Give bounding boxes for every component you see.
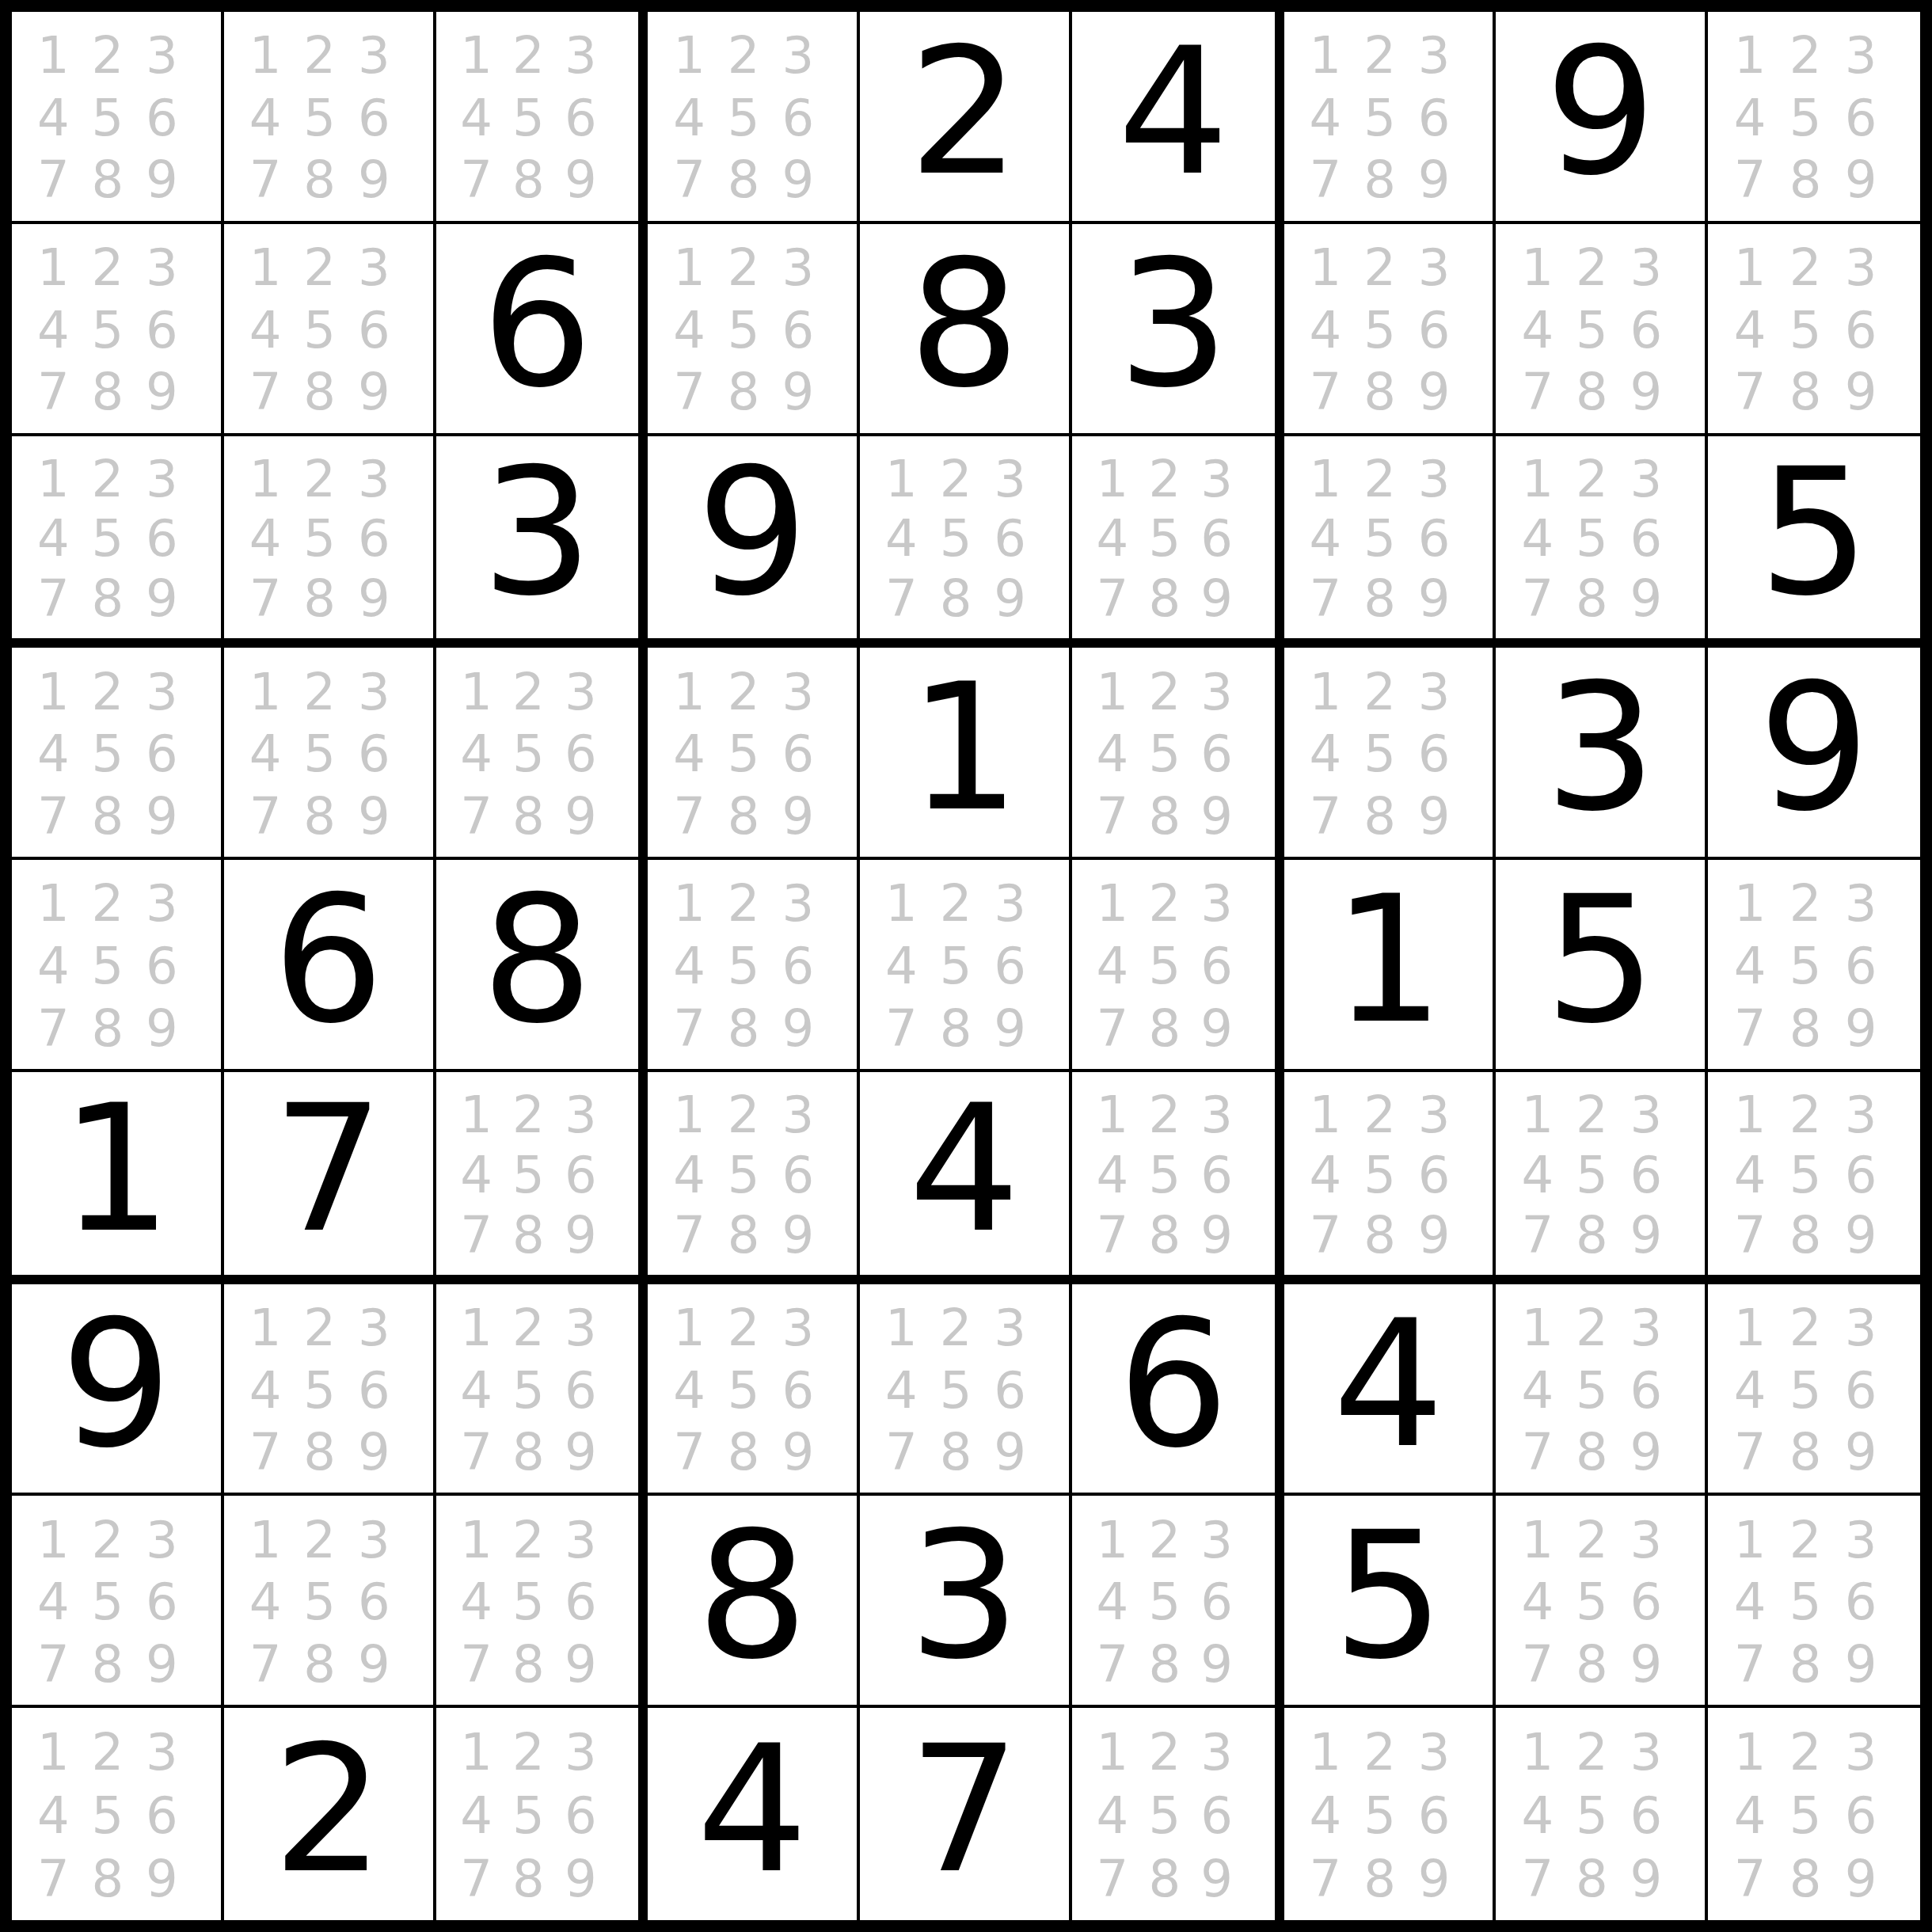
pencil-mark-6: 6: [1407, 508, 1462, 569]
pencil-mark-9: 9: [554, 1633, 607, 1696]
pencil-mark-7: 7: [238, 569, 293, 629]
pencil-mark-3: 3: [347, 1508, 401, 1571]
pencil-mark-5: 5: [502, 87, 554, 150]
cell-r9c7[interactable]: 123456789: [1284, 1708, 1497, 1920]
pencil-mark-1: 1: [874, 449, 929, 509]
pencil-mark-7: 7: [1722, 149, 1778, 211]
given-digit: 8: [908, 236, 1020, 412]
pencil-mark-9: 9: [347, 149, 401, 211]
pencil-mark-7: 7: [26, 1633, 81, 1696]
pencil-mark-3: 3: [1407, 449, 1462, 509]
cell-r3c6[interactable]: 123456789: [1072, 436, 1284, 648]
pencil-marks: 123456789: [12, 224, 221, 433]
pencil-mark-3: 3: [1833, 1721, 1888, 1784]
pencil-mark-5: 5: [1139, 508, 1191, 569]
pencil-mark-6: 6: [554, 1145, 607, 1205]
cell-r9c1[interactable]: 123456789: [12, 1708, 224, 1920]
pencil-mark-9: 9: [1191, 785, 1243, 848]
pencil-mark-9: 9: [1191, 997, 1243, 1059]
pencil-mark-4: 4: [451, 1571, 503, 1633]
pencil-mark-5: 5: [1352, 1784, 1407, 1847]
pencil-marks: 123456789: [436, 1496, 639, 1705]
cell-r4c6[interactable]: 123456789: [1072, 648, 1284, 860]
pencil-mark-2: 2: [502, 1508, 554, 1571]
pencil-mark-2: 2: [502, 1297, 554, 1360]
cell-r8c3[interactable]: 123456789: [436, 1496, 648, 1708]
cell-r2c8[interactable]: 123456789: [1496, 224, 1708, 436]
pencil-mark-4: 4: [238, 1359, 293, 1421]
pencil-marks: 123456789: [648, 12, 857, 221]
cell-r9c4: 4: [648, 1708, 860, 1920]
pencil-marks: 123456789: [648, 1072, 857, 1275]
pencil-mark-6: 6: [1407, 1145, 1462, 1205]
pencil-mark-3: 3: [554, 1721, 607, 1784]
cell-r6c6[interactable]: 123456789: [1072, 1072, 1284, 1284]
pencil-mark-6: 6: [554, 1359, 607, 1421]
cell-r2c2[interactable]: 123456789: [224, 224, 436, 436]
pencil-mark-2: 2: [929, 1297, 983, 1360]
pencil-mark-6: 6: [135, 87, 189, 150]
pencil-mark-6: 6: [1833, 1145, 1888, 1205]
pencil-mark-8: 8: [1565, 1205, 1619, 1265]
pencil-mark-8: 8: [502, 1205, 554, 1265]
given-digit: 4: [1333, 1296, 1444, 1472]
cell-r8c8[interactable]: 123456789: [1496, 1496, 1708, 1708]
pencil-mark-2: 2: [1778, 25, 1833, 87]
pencil-mark-7: 7: [26, 997, 81, 1059]
cell-r3c4: 9: [648, 436, 860, 648]
pencil-mark-7: 7: [1510, 361, 1565, 424]
pencil-mark-9: 9: [1407, 785, 1462, 848]
pencil-mark-8: 8: [1352, 361, 1407, 424]
pencil-mark-6: 6: [1619, 508, 1674, 569]
pencil-mark-6: 6: [1407, 1784, 1462, 1847]
pencil-mark-6: 6: [1833, 935, 1888, 998]
pencil-mark-7: 7: [1086, 785, 1139, 848]
pencil-marks: 123456789: [436, 648, 639, 857]
pencil-mark-8: 8: [717, 785, 771, 848]
given-digit: 6: [1117, 1296, 1229, 1472]
cell-r1c7[interactable]: 123456789: [1284, 12, 1497, 224]
pencil-mark-2: 2: [717, 873, 771, 935]
pencil-mark-9: 9: [347, 569, 401, 629]
cell-r4c1[interactable]: 123456789: [12, 648, 224, 860]
pencil-mark-7: 7: [1510, 1421, 1565, 1484]
pencil-marks: 123456789: [224, 436, 433, 639]
pencil-mark-8: 8: [1778, 361, 1833, 424]
cell-r6c9[interactable]: 123456789: [1708, 1072, 1920, 1284]
pencil-mark-6: 6: [135, 299, 189, 361]
pencil-mark-4: 4: [662, 1145, 717, 1205]
pencil-mark-5: 5: [717, 935, 771, 998]
cell-r5c4[interactable]: 123456789: [648, 860, 860, 1072]
pencil-mark-5: 5: [1565, 1359, 1619, 1421]
pencil-marks: 123456789: [860, 860, 1069, 1069]
cell-r7c4[interactable]: 123456789: [648, 1284, 860, 1497]
pencil-mark-3: 3: [1407, 660, 1462, 723]
pencil-mark-7: 7: [1086, 997, 1139, 1059]
pencil-mark-1: 1: [1299, 449, 1353, 509]
pencil-mark-8: 8: [502, 1847, 554, 1911]
pencil-marks: 123456789: [1496, 436, 1705, 639]
cell-r3c8[interactable]: 123456789: [1496, 436, 1708, 648]
pencil-mark-1: 1: [451, 25, 503, 87]
cell-r5c5[interactable]: 123456789: [860, 860, 1072, 1072]
pencil-mark-1: 1: [1722, 1297, 1778, 1360]
pencil-mark-5: 5: [81, 299, 135, 361]
pencil-mark-6: 6: [347, 1359, 401, 1421]
pencil-marks: 123456789: [1496, 1496, 1705, 1705]
pencil-mark-7: 7: [238, 361, 293, 424]
pencil-mark-1: 1: [1510, 449, 1565, 509]
pencil-mark-4: 4: [1510, 508, 1565, 569]
pencil-mark-4: 4: [1086, 723, 1139, 785]
cell-r4c8: 3: [1496, 648, 1708, 860]
pencil-mark-4: 4: [1086, 1571, 1139, 1633]
pencil-mark-5: 5: [1352, 87, 1407, 150]
pencil-mark-7: 7: [662, 1205, 717, 1265]
pencil-mark-8: 8: [502, 1633, 554, 1696]
pencil-mark-5: 5: [292, 723, 347, 785]
pencil-mark-2: 2: [1139, 1085, 1191, 1145]
pencil-mark-5: 5: [1352, 723, 1407, 785]
cell-r1c2[interactable]: 123456789: [224, 12, 436, 224]
pencil-mark-5: 5: [81, 1784, 135, 1847]
pencil-marks: 123456789: [1284, 12, 1493, 221]
pencil-mark-9: 9: [1407, 361, 1462, 424]
pencil-mark-5: 5: [929, 935, 983, 998]
pencil-mark-4: 4: [451, 723, 503, 785]
pencil-mark-6: 6: [135, 1571, 189, 1633]
pencil-mark-7: 7: [1722, 1633, 1778, 1696]
pencil-mark-7: 7: [1722, 997, 1778, 1059]
pencil-mark-1: 1: [662, 237, 717, 299]
cell-r1c4[interactable]: 123456789: [648, 12, 860, 224]
cell-r8c1[interactable]: 123456789: [12, 1496, 224, 1708]
pencil-mark-1: 1: [26, 25, 81, 87]
pencil-mark-5: 5: [1778, 299, 1833, 361]
cell-r5c8: 5: [1496, 860, 1708, 1072]
pencil-marks: 123456789: [860, 1284, 1069, 1493]
pencil-marks: 123456789: [860, 436, 1069, 639]
pencil-mark-5: 5: [502, 1359, 554, 1421]
pencil-mark-1: 1: [238, 449, 293, 509]
cell-r7c8[interactable]: 123456789: [1496, 1284, 1708, 1497]
pencil-mark-2: 2: [1352, 449, 1407, 509]
pencil-marks: 123456789: [648, 224, 857, 433]
pencil-mark-3: 3: [1407, 25, 1462, 87]
pencil-mark-9: 9: [983, 997, 1037, 1059]
pencil-mark-1: 1: [1086, 873, 1139, 935]
pencil-marks: 123456789: [224, 224, 433, 433]
cell-r8c2[interactable]: 123456789: [224, 1496, 436, 1708]
cell-r7c5[interactable]: 123456789: [860, 1284, 1072, 1497]
pencil-mark-8: 8: [929, 997, 983, 1059]
pencil-mark-8: 8: [717, 149, 771, 211]
pencil-mark-8: 8: [1778, 1847, 1833, 1911]
pencil-mark-8: 8: [1565, 1421, 1619, 1484]
pencil-mark-3: 3: [135, 1508, 189, 1571]
cell-r7c9[interactable]: 123456789: [1708, 1284, 1920, 1497]
pencil-mark-1: 1: [874, 873, 929, 935]
pencil-mark-2: 2: [717, 1297, 771, 1360]
pencil-mark-4: 4: [1086, 1784, 1139, 1847]
pencil-mark-7: 7: [1722, 1205, 1778, 1265]
cell-r6c7[interactable]: 123456789: [1284, 1072, 1497, 1284]
pencil-mark-9: 9: [135, 149, 189, 211]
cell-r5c6[interactable]: 123456789: [1072, 860, 1284, 1072]
pencil-mark-1: 1: [1510, 237, 1565, 299]
pencil-mark-1: 1: [451, 1508, 503, 1571]
cell-r5c2: 6: [224, 860, 436, 1072]
cell-r9c9[interactable]: 123456789: [1708, 1708, 1920, 1920]
cell-r6c4[interactable]: 123456789: [648, 1072, 860, 1284]
pencil-marks: 123456789: [224, 1496, 433, 1705]
pencil-mark-1: 1: [1299, 237, 1353, 299]
pencil-mark-4: 4: [1722, 87, 1778, 150]
given-digit: 6: [272, 872, 384, 1048]
pencil-mark-6: 6: [1619, 299, 1674, 361]
pencil-mark-8: 8: [1139, 1633, 1191, 1696]
pencil-mark-2: 2: [1778, 1297, 1833, 1360]
pencil-mark-7: 7: [26, 1847, 81, 1911]
cell-r2c1[interactable]: 123456789: [12, 224, 224, 436]
pencil-mark-6: 6: [1191, 508, 1243, 569]
pencil-marks: 123456789: [1072, 1496, 1275, 1705]
pencil-mark-3: 3: [554, 1297, 607, 1360]
pencil-mark-1: 1: [1086, 449, 1139, 509]
pencil-mark-1: 1: [451, 660, 503, 723]
pencil-mark-4: 4: [238, 723, 293, 785]
pencil-mark-3: 3: [347, 449, 401, 509]
pencil-marks: 123456789: [1284, 648, 1493, 857]
cell-r7c2[interactable]: 123456789: [224, 1284, 436, 1497]
pencil-mark-4: 4: [26, 508, 81, 569]
cell-r6c8[interactable]: 123456789: [1496, 1072, 1708, 1284]
pencil-mark-2: 2: [1565, 449, 1619, 509]
pencil-mark-5: 5: [81, 87, 135, 150]
pencil-mark-9: 9: [1619, 569, 1674, 629]
cell-r8c6[interactable]: 123456789: [1072, 1496, 1284, 1708]
pencil-mark-6: 6: [347, 299, 401, 361]
cell-r7c3[interactable]: 123456789: [436, 1284, 648, 1497]
pencil-mark-6: 6: [135, 723, 189, 785]
pencil-mark-1: 1: [1086, 1508, 1139, 1571]
pencil-mark-1: 1: [1086, 1721, 1139, 1784]
cell-r1c3[interactable]: 123456789: [436, 12, 648, 224]
pencil-mark-9: 9: [1191, 569, 1243, 629]
pencil-mark-7: 7: [662, 361, 717, 424]
cell-r2c4[interactable]: 123456789: [648, 224, 860, 436]
cell-r2c9[interactable]: 123456789: [1708, 224, 1920, 436]
pencil-mark-8: 8: [81, 569, 135, 629]
pencil-mark-5: 5: [1139, 723, 1191, 785]
cell-r9c6[interactable]: 123456789: [1072, 1708, 1284, 1920]
pencil-mark-6: 6: [1619, 1784, 1674, 1847]
pencil-mark-4: 4: [1086, 935, 1139, 998]
pencil-mark-2: 2: [502, 1721, 554, 1784]
pencil-marks: 123456789: [12, 1496, 221, 1705]
pencil-mark-2: 2: [717, 1085, 771, 1145]
cell-r3c2[interactable]: 123456789: [224, 436, 436, 648]
pencil-mark-5: 5: [1139, 1571, 1191, 1633]
cell-r4c4[interactable]: 123456789: [648, 648, 860, 860]
pencil-mark-5: 5: [717, 1145, 771, 1205]
cell-r1c5: 2: [860, 12, 1072, 224]
cell-r3c1[interactable]: 123456789: [12, 436, 224, 648]
cell-r5c9[interactable]: 123456789: [1708, 860, 1920, 1072]
cell-r5c1[interactable]: 123456789: [12, 860, 224, 1072]
pencil-mark-2: 2: [502, 660, 554, 723]
pencil-marks: 123456789: [12, 12, 221, 221]
pencil-mark-3: 3: [1619, 449, 1674, 509]
cell-r8c9[interactable]: 123456789: [1708, 1496, 1920, 1708]
pencil-mark-3: 3: [1833, 873, 1888, 935]
cell-r3c7[interactable]: 123456789: [1284, 436, 1497, 648]
pencil-mark-2: 2: [81, 1508, 135, 1571]
pencil-mark-8: 8: [1565, 1633, 1619, 1696]
pencil-mark-4: 4: [1722, 935, 1778, 998]
cell-r7c6: 6: [1072, 1284, 1284, 1497]
pencil-marks: 123456789: [1284, 436, 1493, 639]
pencil-mark-9: 9: [1619, 1847, 1674, 1911]
pencil-mark-6: 6: [347, 508, 401, 569]
pencil-mark-5: 5: [717, 299, 771, 361]
pencil-mark-4: 4: [662, 935, 717, 998]
pencil-mark-4: 4: [451, 87, 503, 150]
pencil-marks: 123456789: [1284, 224, 1493, 433]
pencil-marks: 123456789: [224, 12, 433, 221]
pencil-mark-9: 9: [1833, 997, 1888, 1059]
pencil-mark-7: 7: [26, 569, 81, 629]
pencil-mark-2: 2: [292, 237, 347, 299]
pencil-mark-7: 7: [26, 361, 81, 424]
pencil-mark-8: 8: [929, 569, 983, 629]
pencil-mark-6: 6: [1619, 1571, 1674, 1633]
pencil-mark-6: 6: [1833, 299, 1888, 361]
pencil-mark-2: 2: [292, 1508, 347, 1571]
pencil-mark-7: 7: [1510, 1633, 1565, 1696]
cell-r4c3[interactable]: 123456789: [436, 648, 648, 860]
cell-r7c1: 9: [12, 1284, 224, 1497]
pencil-marks: 123456789: [436, 1284, 639, 1493]
pencil-marks: 123456789: [1708, 860, 1920, 1069]
cell-r9c8[interactable]: 123456789: [1496, 1708, 1708, 1920]
cell-r1c1[interactable]: 123456789: [12, 12, 224, 224]
pencil-mark-9: 9: [554, 149, 607, 211]
given-digit: 1: [1333, 872, 1444, 1048]
pencil-mark-5: 5: [1565, 508, 1619, 569]
pencil-mark-4: 4: [874, 1359, 929, 1421]
pencil-marks: 123456789: [1496, 1284, 1705, 1493]
cell-r9c3[interactable]: 123456789: [436, 1708, 648, 1920]
pencil-mark-5: 5: [1778, 1571, 1833, 1633]
given-digit: 5: [1545, 872, 1656, 1048]
pencil-mark-7: 7: [1086, 1847, 1139, 1911]
pencil-marks: 123456789: [12, 860, 221, 1069]
pencil-mark-8: 8: [717, 997, 771, 1059]
pencil-mark-8: 8: [1352, 1205, 1407, 1265]
cell-r6c3[interactable]: 123456789: [436, 1072, 648, 1284]
pencil-mark-2: 2: [1139, 873, 1191, 935]
pencil-mark-2: 2: [292, 449, 347, 509]
pencil-mark-9: 9: [771, 1421, 826, 1484]
pencil-mark-7: 7: [1299, 361, 1353, 424]
pencil-mark-2: 2: [717, 660, 771, 723]
pencil-mark-7: 7: [1299, 569, 1353, 629]
pencil-mark-5: 5: [929, 1359, 983, 1421]
pencil-mark-1: 1: [1299, 1085, 1353, 1145]
pencil-mark-7: 7: [874, 1421, 929, 1484]
pencil-mark-3: 3: [1619, 1508, 1674, 1571]
pencil-marks: 123456789: [1708, 224, 1920, 433]
pencil-mark-3: 3: [771, 25, 826, 87]
pencil-mark-8: 8: [1778, 1633, 1833, 1696]
pencil-mark-7: 7: [1722, 1421, 1778, 1484]
pencil-mark-4: 4: [662, 723, 717, 785]
pencil-mark-5: 5: [81, 1571, 135, 1633]
pencil-mark-9: 9: [554, 785, 607, 848]
cell-r4c7[interactable]: 123456789: [1284, 648, 1497, 860]
pencil-mark-7: 7: [1299, 785, 1353, 848]
pencil-mark-9: 9: [1833, 1205, 1888, 1265]
cell-r1c9[interactable]: 123456789: [1708, 12, 1920, 224]
pencil-marks: 123456789: [12, 648, 221, 857]
pencil-mark-3: 3: [554, 1085, 607, 1145]
pencil-marks: 123456789: [1708, 12, 1920, 221]
cell-r3c5[interactable]: 123456789: [860, 436, 1072, 648]
cell-r4c2[interactable]: 123456789: [224, 648, 436, 860]
pencil-mark-3: 3: [1833, 1508, 1888, 1571]
pencil-mark-3: 3: [1191, 873, 1243, 935]
cell-r2c7[interactable]: 123456789: [1284, 224, 1497, 436]
pencil-mark-1: 1: [26, 873, 81, 935]
pencil-mark-2: 2: [81, 660, 135, 723]
pencil-marks: 123456789: [436, 1708, 639, 1920]
pencil-mark-7: 7: [662, 149, 717, 211]
pencil-mark-6: 6: [771, 1359, 826, 1421]
pencil-mark-2: 2: [292, 1297, 347, 1360]
pencil-marks: 123456789: [12, 436, 221, 639]
pencil-marks: 123456789: [436, 1072, 639, 1275]
pencil-mark-7: 7: [662, 785, 717, 848]
pencil-mark-9: 9: [554, 1421, 607, 1484]
pencil-mark-4: 4: [451, 1359, 503, 1421]
pencil-mark-5: 5: [1352, 508, 1407, 569]
given-digit: 1: [60, 1081, 172, 1257]
pencil-mark-6: 6: [554, 1784, 607, 1847]
pencil-mark-1: 1: [451, 1721, 503, 1784]
pencil-mark-4: 4: [1086, 1145, 1139, 1205]
given-digit: 9: [697, 444, 808, 620]
pencil-mark-7: 7: [451, 1847, 503, 1911]
pencil-mark-8: 8: [1352, 149, 1407, 211]
pencil-mark-2: 2: [1139, 1721, 1191, 1784]
pencil-mark-5: 5: [502, 1571, 554, 1633]
pencil-mark-1: 1: [26, 1721, 81, 1784]
pencil-mark-9: 9: [1833, 1847, 1888, 1911]
pencil-mark-3: 3: [135, 873, 189, 935]
pencil-mark-6: 6: [983, 508, 1037, 569]
pencil-mark-1: 1: [662, 1297, 717, 1360]
pencil-mark-9: 9: [771, 997, 826, 1059]
pencil-mark-7: 7: [238, 1633, 293, 1696]
given-digit: 6: [481, 236, 593, 412]
pencil-mark-9: 9: [1619, 1205, 1674, 1265]
pencil-mark-5: 5: [1565, 1145, 1619, 1205]
pencil-mark-6: 6: [1833, 1784, 1888, 1847]
pencil-mark-5: 5: [502, 723, 554, 785]
